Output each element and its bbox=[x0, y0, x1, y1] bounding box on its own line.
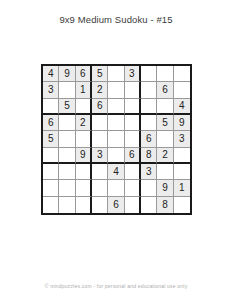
cell-r7c9[interactable] bbox=[174, 164, 190, 180]
cell-r2c3[interactable]: 1 bbox=[76, 82, 92, 98]
cell-r5c4[interactable] bbox=[92, 131, 108, 147]
cell-r1c4[interactable]: 5 bbox=[92, 66, 108, 82]
cell-r8c7[interactable] bbox=[141, 180, 157, 196]
cell-r8c9[interactable]: 1 bbox=[174, 180, 190, 196]
cell-r5c1[interactable]: 5 bbox=[43, 131, 59, 147]
cell-r3c6[interactable] bbox=[125, 99, 141, 115]
cell-r5c2[interactable] bbox=[59, 131, 75, 147]
cell-r8c3[interactable] bbox=[76, 180, 92, 196]
cell-r1c1[interactable]: 4 bbox=[43, 66, 59, 82]
cell-r2c1[interactable]: 3 bbox=[43, 82, 59, 98]
cell-r3c1[interactable] bbox=[43, 99, 59, 115]
cell-r2c7[interactable] bbox=[141, 82, 157, 98]
cell-r4c4[interactable] bbox=[92, 115, 108, 131]
cell-r8c1[interactable] bbox=[43, 180, 59, 196]
cell-r3c4[interactable]: 6 bbox=[92, 99, 108, 115]
cell-r9c2[interactable] bbox=[59, 197, 75, 213]
cell-r8c6[interactable] bbox=[125, 180, 141, 196]
cell-r4c1[interactable]: 6 bbox=[43, 115, 59, 131]
cell-r6c3[interactable]: 9 bbox=[76, 148, 92, 164]
cell-r7c1[interactable] bbox=[43, 164, 59, 180]
cell-r4c8[interactable]: 5 bbox=[157, 115, 173, 131]
cell-r8c5[interactable] bbox=[108, 180, 124, 196]
cell-r4c6[interactable] bbox=[125, 115, 141, 131]
cell-r5c8[interactable] bbox=[157, 131, 173, 147]
puzzle-title: 9x9 Medium Sudoku - #15 bbox=[0, 14, 232, 25]
cell-r2c4[interactable]: 2 bbox=[92, 82, 108, 98]
cell-r7c7[interactable]: 3 bbox=[141, 164, 157, 180]
cell-r6c7[interactable]: 8 bbox=[141, 148, 157, 164]
cell-r3c7[interactable] bbox=[141, 99, 157, 115]
cell-r1c2[interactable]: 9 bbox=[59, 66, 75, 82]
cell-r8c4[interactable] bbox=[92, 180, 108, 196]
cell-r7c2[interactable] bbox=[59, 164, 75, 180]
cell-r7c5[interactable]: 4 bbox=[108, 164, 124, 180]
cell-r9c4[interactable] bbox=[92, 197, 108, 213]
cell-r5c5[interactable] bbox=[108, 131, 124, 147]
cell-r6c1[interactable] bbox=[43, 148, 59, 164]
cell-r7c8[interactable] bbox=[157, 164, 173, 180]
cell-r8c2[interactable] bbox=[59, 180, 75, 196]
cell-r6c4[interactable]: 3 bbox=[92, 148, 108, 164]
cell-r4c9[interactable]: 9 bbox=[174, 115, 190, 131]
cell-r2c6[interactable] bbox=[125, 82, 141, 98]
cell-r9c9[interactable] bbox=[174, 197, 190, 213]
cell-r9c7[interactable] bbox=[141, 197, 157, 213]
cell-r4c5[interactable] bbox=[108, 115, 124, 131]
cell-r6c2[interactable] bbox=[59, 148, 75, 164]
page: 9x9 Medium Sudoku - #15 4965331265646259… bbox=[0, 0, 232, 300]
cell-r3c2[interactable]: 5 bbox=[59, 99, 75, 115]
cell-r9c5[interactable]: 6 bbox=[108, 197, 124, 213]
cell-r1c9[interactable] bbox=[174, 66, 190, 82]
cell-r7c4[interactable] bbox=[92, 164, 108, 180]
cell-r7c3[interactable] bbox=[76, 164, 92, 180]
cell-r3c9[interactable]: 4 bbox=[174, 99, 190, 115]
cell-r6c5[interactable] bbox=[108, 148, 124, 164]
cell-r2c9[interactable] bbox=[174, 82, 190, 98]
cell-r3c8[interactable] bbox=[157, 99, 173, 115]
copyright-footer: © mindpuzzles.com - for personal and edu… bbox=[0, 283, 232, 289]
cell-r4c7[interactable] bbox=[141, 115, 157, 131]
cell-r5c3[interactable] bbox=[76, 131, 92, 147]
cell-r1c5[interactable] bbox=[108, 66, 124, 82]
cell-r9c6[interactable] bbox=[125, 197, 141, 213]
cell-r5c7[interactable]: 6 bbox=[141, 131, 157, 147]
sudoku-board: 496533126564625956393682439168 bbox=[41, 64, 192, 215]
cell-r2c5[interactable] bbox=[108, 82, 124, 98]
cell-r6c9[interactable] bbox=[174, 148, 190, 164]
cell-r5c9[interactable]: 3 bbox=[174, 131, 190, 147]
cell-r2c2[interactable] bbox=[59, 82, 75, 98]
cell-r6c6[interactable]: 6 bbox=[125, 148, 141, 164]
cell-r9c1[interactable] bbox=[43, 197, 59, 213]
cell-r6c8[interactable]: 2 bbox=[157, 148, 173, 164]
cell-r1c3[interactable]: 6 bbox=[76, 66, 92, 82]
cell-r2c8[interactable]: 6 bbox=[157, 82, 173, 98]
cell-r8c8[interactable]: 9 bbox=[157, 180, 173, 196]
cell-r5c6[interactable] bbox=[125, 131, 141, 147]
cell-r4c2[interactable] bbox=[59, 115, 75, 131]
cell-r4c3[interactable]: 2 bbox=[76, 115, 92, 131]
cell-r1c6[interactable]: 3 bbox=[125, 66, 141, 82]
cell-r3c3[interactable] bbox=[76, 99, 92, 115]
cell-r9c3[interactable] bbox=[76, 197, 92, 213]
cell-r3c5[interactable] bbox=[108, 99, 124, 115]
cell-r9c8[interactable]: 8 bbox=[157, 197, 173, 213]
cell-r7c6[interactable] bbox=[125, 164, 141, 180]
cell-r1c8[interactable] bbox=[157, 66, 173, 82]
cell-r1c7[interactable] bbox=[141, 66, 157, 82]
